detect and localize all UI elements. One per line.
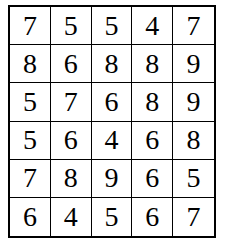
- grid-cell-r6c2: 4: [51, 198, 92, 236]
- grid-cell-r3c2: 7: [51, 83, 92, 121]
- grid-cell-r4c1: 5: [10, 122, 51, 160]
- grid-cell-r2c3: 8: [92, 45, 133, 83]
- grid-cell-r5c4: 6: [132, 160, 173, 198]
- grid-cell-r1c4: 4: [132, 7, 173, 45]
- grid-cell-r3c1: 5: [10, 83, 51, 121]
- grid-cell-r1c3: 5: [92, 7, 133, 45]
- grid-cell-r1c5: 7: [173, 7, 214, 45]
- grid-cell-r4c4: 6: [132, 122, 173, 160]
- grid-cell-r3c5: 9: [173, 83, 214, 121]
- grid-cell-r2c1: 8: [10, 45, 51, 83]
- grid-cell-r6c4: 6: [132, 198, 173, 236]
- number-grid-board: 755478688957689564687896564567: [8, 5, 216, 238]
- grid-cell-r2c5: 9: [173, 45, 214, 83]
- grid-cell-r2c4: 8: [132, 45, 173, 83]
- grid-cell-r4c5: 8: [173, 122, 214, 160]
- grid-cell-r4c3: 4: [92, 122, 133, 160]
- grid-cell-r4c2: 6: [51, 122, 92, 160]
- grid-cell-r3c3: 6: [92, 83, 133, 121]
- grid-cell-r5c5: 5: [173, 160, 214, 198]
- grid-cell-r6c5: 7: [173, 198, 214, 236]
- grid-cell-r5c3: 9: [92, 160, 133, 198]
- grid-cell-r6c3: 5: [92, 198, 133, 236]
- grid-cell-r5c2: 8: [51, 160, 92, 198]
- grid-cell-r3c4: 8: [132, 83, 173, 121]
- grid-cell-r6c1: 6: [10, 198, 51, 236]
- grid-cell-r5c1: 7: [10, 160, 51, 198]
- grid-cell-r2c2: 6: [51, 45, 92, 83]
- grid-cell-r1c1: 7: [10, 7, 51, 45]
- grid-cell-r1c2: 5: [51, 7, 92, 45]
